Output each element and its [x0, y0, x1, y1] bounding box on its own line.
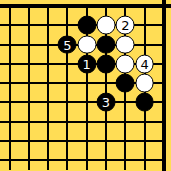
black-stone: [97, 35, 116, 54]
intersection-c3r8[interactable]: [38, 131, 57, 150]
intersection-c1r3[interactable]: [0, 35, 19, 54]
black-stone: [135, 93, 154, 112]
intersection-c3r6[interactable]: [38, 93, 57, 112]
intersection-c4r7[interactable]: [58, 112, 77, 131]
intersection-c3r4[interactable]: [38, 54, 57, 73]
intersection-c7r2[interactable]: 2: [116, 16, 135, 35]
intersection-c6r9[interactable]: [96, 151, 115, 170]
intersection-c6r7[interactable]: [96, 112, 115, 131]
black-stone: [97, 54, 116, 73]
white-stone: [97, 16, 116, 35]
intersection-c7r9[interactable]: [116, 151, 135, 170]
intersection-c5r5[interactable]: [77, 74, 96, 93]
intersection-c7r8[interactable]: [116, 131, 135, 150]
intersection-c7r3[interactable]: [116, 35, 135, 54]
intersection-c1r9[interactable]: [0, 151, 19, 170]
intersection-c6r8[interactable]: [96, 131, 115, 150]
intersection-c2r5[interactable]: [19, 74, 38, 93]
intersection-c3r9[interactable]: [38, 151, 57, 170]
intersection-c9r3[interactable]: [154, 35, 171, 54]
intersection-c7r1[interactable]: [116, 0, 135, 16]
intersection-c1r5[interactable]: [0, 74, 19, 93]
intersection-c8r9[interactable]: [135, 151, 154, 170]
intersection-c1r4[interactable]: [0, 54, 19, 73]
intersection-c2r8[interactable]: [19, 131, 38, 150]
intersection-c3r1[interactable]: [38, 0, 57, 16]
intersection-c8r8[interactable]: [135, 131, 154, 150]
black-stone-move-5: 5: [58, 35, 77, 54]
intersection-c9r7[interactable]: [154, 112, 171, 131]
white-stone-move-2: 2: [116, 16, 135, 35]
white-stone: [135, 74, 154, 93]
intersection-c6r3[interactable]: [96, 35, 115, 54]
white-stone: [116, 54, 135, 73]
white-stone: [116, 35, 135, 54]
intersection-c9r2[interactable]: [154, 16, 171, 35]
intersection-c5r9[interactable]: [77, 151, 96, 170]
intersection-c9r5[interactable]: [154, 74, 171, 93]
intersection-c8r3[interactable]: [135, 35, 154, 54]
intersection-c4r2[interactable]: [58, 16, 77, 35]
white-stone-move-4: 4: [135, 54, 154, 73]
intersection-c4r6[interactable]: [58, 93, 77, 112]
intersection-c8r4[interactable]: 4: [135, 54, 154, 73]
intersection-c1r6[interactable]: [0, 93, 19, 112]
go-diagram: 25143: [0, 0, 171, 171]
intersection-c6r4[interactable]: [96, 54, 115, 73]
intersection-c4r1[interactable]: [58, 0, 77, 16]
intersection-c5r4[interactable]: 1: [77, 54, 96, 73]
intersection-c1r1[interactable]: [0, 0, 19, 16]
intersection-c9r1[interactable]: [154, 0, 171, 16]
intersection-c6r5[interactable]: [96, 74, 115, 93]
black-stone-move-3: 3: [97, 93, 116, 112]
intersection-c2r6[interactable]: [19, 93, 38, 112]
intersection-c2r9[interactable]: [19, 151, 38, 170]
white-stone: [77, 35, 96, 54]
intersection-c8r1[interactable]: [135, 0, 154, 16]
intersection-c4r3[interactable]: 5: [58, 35, 77, 54]
intersection-c1r8[interactable]: [0, 131, 19, 150]
intersection-c3r5[interactable]: [38, 74, 57, 93]
intersection-c6r1[interactable]: [96, 0, 115, 16]
intersection-c4r8[interactable]: [58, 131, 77, 150]
black-stone-move-1: 1: [77, 54, 96, 73]
intersection-c2r2[interactable]: [19, 16, 38, 35]
intersection-c2r1[interactable]: [19, 0, 38, 16]
intersection-c5r6[interactable]: [77, 93, 96, 112]
intersection-c4r9[interactable]: [58, 151, 77, 170]
intersection-c5r1[interactable]: [77, 0, 96, 16]
intersection-c9r6[interactable]: [154, 93, 171, 112]
intersection-c8r2[interactable]: [135, 16, 154, 35]
black-stone: [77, 16, 96, 35]
intersection-c7r7[interactable]: [116, 112, 135, 131]
intersection-c3r2[interactable]: [38, 16, 57, 35]
black-stone: [116, 74, 135, 93]
intersection-c9r4[interactable]: [154, 54, 171, 73]
intersection-c2r3[interactable]: [19, 35, 38, 54]
intersection-c6r2[interactable]: [96, 16, 115, 35]
intersection-c1r7[interactable]: [0, 112, 19, 131]
intersection-c5r8[interactable]: [77, 131, 96, 150]
intersection-c4r5[interactable]: [58, 74, 77, 93]
intersection-c9r9[interactable]: [154, 151, 171, 170]
intersection-c3r3[interactable]: [38, 35, 57, 54]
intersection-c5r3[interactable]: [77, 35, 96, 54]
go-board: 25143: [0, 0, 171, 170]
intersection-c7r4[interactable]: [116, 54, 135, 73]
intersection-c2r7[interactable]: [19, 112, 38, 131]
intersection-c9r8[interactable]: [154, 131, 171, 150]
intersection-c3r7[interactable]: [38, 112, 57, 131]
intersection-c8r6[interactable]: [135, 93, 154, 112]
intersection-c5r2[interactable]: [77, 16, 96, 35]
intersection-c6r6[interactable]: 3: [96, 93, 115, 112]
intersection-c1r2[interactable]: [0, 16, 19, 35]
intersection-c4r4[interactable]: [58, 54, 77, 73]
intersection-c8r7[interactable]: [135, 112, 154, 131]
intersection-c7r6[interactable]: [116, 93, 135, 112]
intersection-c8r5[interactable]: [135, 74, 154, 93]
intersection-c5r7[interactable]: [77, 112, 96, 131]
intersection-c7r5[interactable]: [116, 74, 135, 93]
intersection-c2r4[interactable]: [19, 54, 38, 73]
